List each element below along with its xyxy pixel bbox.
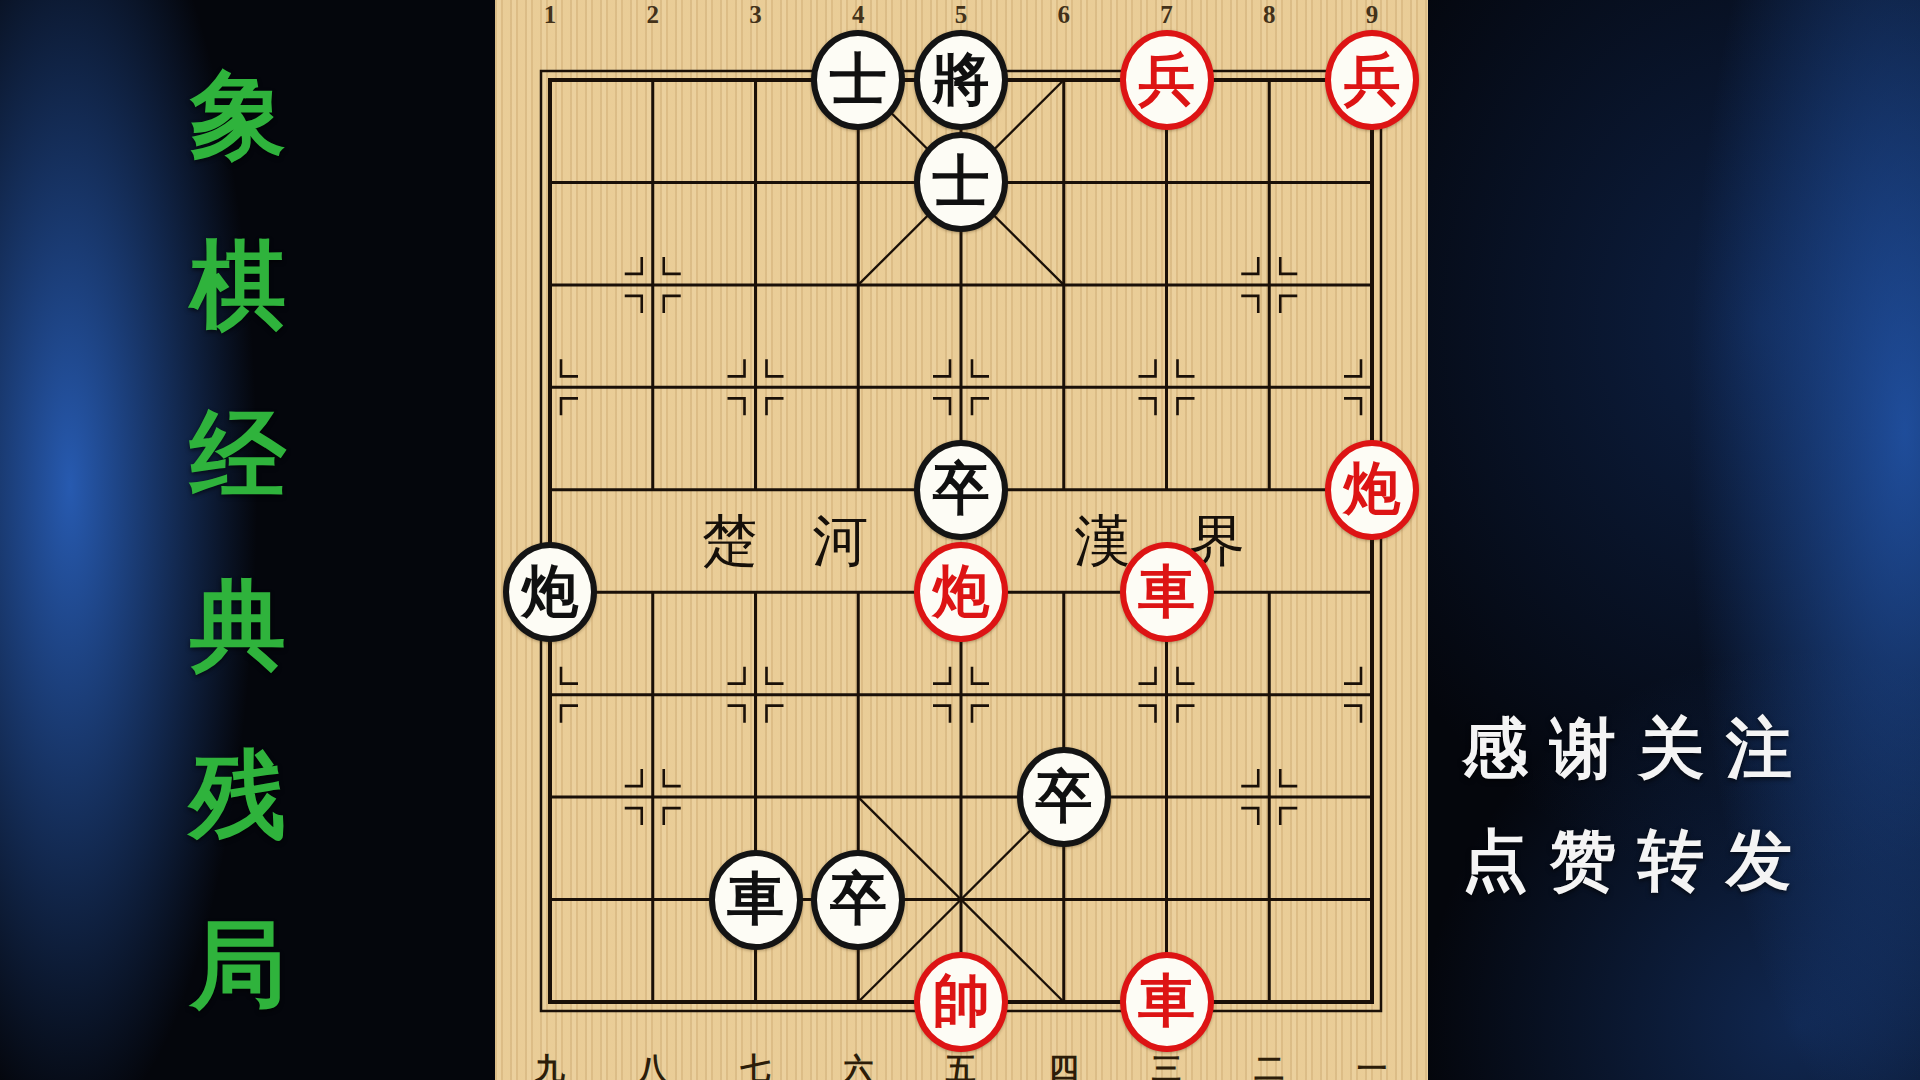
piece-black-soldier[interactable]: 卒 bbox=[914, 440, 1008, 540]
river-text-char: 楚 bbox=[695, 510, 765, 572]
file-label-bottom: 七 bbox=[732, 1049, 780, 1080]
title-char: 象 bbox=[148, 30, 328, 200]
file-label-top: 5 bbox=[941, 1, 981, 29]
file-label-top: 9 bbox=[1352, 1, 1392, 29]
file-label-top: 2 bbox=[633, 1, 673, 29]
piece-red-soldier[interactable]: 兵 bbox=[1325, 30, 1419, 130]
video-frame: { "game": "xiangqi", "title_left": "象棋经典… bbox=[0, 0, 1920, 1080]
file-label-top: 8 bbox=[1249, 1, 1289, 29]
file-label-bottom: 二 bbox=[1245, 1049, 1293, 1080]
caption-line-2: 点赞转发 bbox=[1462, 804, 1882, 916]
river-text-char: 河 bbox=[805, 510, 875, 572]
piece-black-general[interactable]: 將 bbox=[914, 30, 1008, 130]
file-label-top: 1 bbox=[530, 1, 570, 29]
piece-black-soldier[interactable]: 卒 bbox=[1017, 747, 1111, 847]
file-label-bottom: 五 bbox=[937, 1049, 985, 1080]
piece-black-advisor[interactable]: 士 bbox=[811, 30, 905, 130]
title-char: 典 bbox=[148, 540, 328, 710]
file-label-top: 6 bbox=[1044, 1, 1084, 29]
file-label-top: 7 bbox=[1147, 1, 1187, 29]
file-label-bottom: 四 bbox=[1040, 1049, 1088, 1080]
piece-red-cannon[interactable]: 炮 bbox=[1325, 440, 1419, 540]
piece-black-chariot[interactable]: 車 bbox=[709, 850, 803, 950]
left-vertical-title: 象棋经典残局 bbox=[0, 0, 480, 1080]
file-label-bottom: 八 bbox=[629, 1049, 677, 1080]
right-caption: 感谢关注 点赞转发 bbox=[1462, 692, 1882, 916]
piece-red-general[interactable]: 帥 bbox=[914, 952, 1008, 1052]
xiangqi-board: 123456789九八七六五四三二一楚河漢界士將士卒炮卒車卒兵兵炮炮車帥車 bbox=[495, 0, 1428, 1080]
piece-red-soldier[interactable]: 兵 bbox=[1120, 30, 1214, 130]
piece-red-cannon[interactable]: 炮 bbox=[914, 542, 1008, 642]
file-label-bottom: 一 bbox=[1348, 1049, 1396, 1080]
river-text-char: 漢 bbox=[1067, 510, 1137, 572]
piece-red-chariot[interactable]: 車 bbox=[1120, 952, 1214, 1052]
piece-red-chariot[interactable]: 車 bbox=[1120, 542, 1214, 642]
title-char: 经 bbox=[148, 370, 328, 540]
title-char: 局 bbox=[148, 880, 328, 1050]
piece-black-cannon[interactable]: 炮 bbox=[503, 542, 597, 642]
piece-black-advisor[interactable]: 士 bbox=[914, 132, 1008, 232]
file-label-bottom: 三 bbox=[1143, 1049, 1191, 1080]
file-label-top: 4 bbox=[838, 1, 878, 29]
file-label-top: 3 bbox=[736, 1, 776, 29]
caption-line-1: 感谢关注 bbox=[1462, 692, 1882, 804]
piece-black-soldier[interactable]: 卒 bbox=[811, 850, 905, 950]
title-char: 棋 bbox=[148, 200, 328, 370]
title-char: 残 bbox=[148, 710, 328, 880]
file-label-bottom: 九 bbox=[526, 1049, 574, 1080]
file-label-bottom: 六 bbox=[834, 1049, 882, 1080]
